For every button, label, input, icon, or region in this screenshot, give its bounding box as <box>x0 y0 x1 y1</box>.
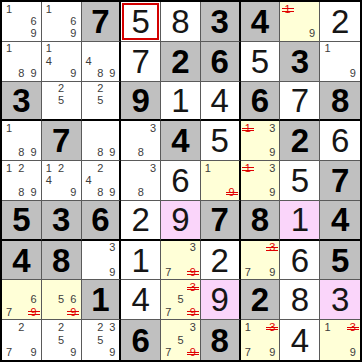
pencil-marks: 379 <box>161 241 200 280</box>
cell-r4c3[interactable]: 89 <box>82 121 122 161</box>
pencil-mark: 9 <box>67 346 79 359</box>
pencil-slot-empty <box>135 135 147 147</box>
pencil-mark-eliminated: 9 <box>187 346 199 359</box>
pencil-mark: 9 <box>28 346 40 359</box>
pencil-mark: 8 <box>94 147 106 159</box>
pencil-slot-empty <box>83 162 95 174</box>
pencil-slot-empty <box>135 174 147 186</box>
pencil-marks: 39 <box>82 241 120 280</box>
pencil-mark: 2 <box>15 321 27 334</box>
given-digit: 2 <box>171 45 189 78</box>
pencil-slot-empty <box>28 162 40 174</box>
pencil-mark: 3 <box>187 321 199 334</box>
solved-digit: 6 <box>291 244 309 277</box>
pencil-slot-empty <box>266 174 278 186</box>
cell-r2c2[interactable]: 149 <box>42 42 82 82</box>
pencil-slot-empty <box>67 106 79 118</box>
pencil-mark: 9 <box>28 28 40 40</box>
given-digit: 3 <box>211 5 229 38</box>
pencil-marks: 89 <box>82 121 120 160</box>
cell-r2c3[interactable]: 489 <box>82 42 122 82</box>
given-digit: 4 <box>12 244 30 277</box>
cell-r8c4[interactable]: 4 <box>121 280 161 320</box>
pencil-slot-empty <box>55 55 67 67</box>
cell-r6c7[interactable]: 8 <box>241 201 281 241</box>
solved-digit: 8 <box>171 5 189 38</box>
cell-r6c5[interactable]: 9 <box>161 201 201 241</box>
pencil-marks: 149 <box>42 42 81 81</box>
pencil-slot-empty <box>106 55 118 67</box>
given-digit: 6 <box>251 84 269 117</box>
cell-r1c9[interactable]: 2 <box>320 2 360 42</box>
given-digit: 8 <box>211 324 229 357</box>
pencil-slot-empty <box>334 346 347 359</box>
pencil-mark: 5 <box>94 94 106 106</box>
cell-r5c2[interactable]: 1249 <box>42 161 82 201</box>
pencil-mark-eliminated: 9 <box>67 306 79 318</box>
cell-r9c7[interactable]: 1379 <box>241 320 281 360</box>
cell-r6c8[interactable]: 1 <box>280 201 320 241</box>
cell-r3c4[interactable]: 9 <box>121 82 161 122</box>
pencil-slot-empty <box>242 147 254 159</box>
pencil-slot-empty <box>15 3 27 15</box>
pencil-mark: 6 <box>28 294 40 306</box>
pencil-mark: 8 <box>135 147 147 159</box>
pencil-slot-empty <box>162 242 174 254</box>
cell-r7c5[interactable]: 379 <box>161 241 201 281</box>
pencil-mark: 1 <box>3 122 15 134</box>
pencil-marks: 569 <box>42 280 81 319</box>
cell-r8c9[interactable]: 3 <box>320 280 360 320</box>
pencil-marks: 1379 <box>241 320 280 360</box>
cell-r4c4[interactable]: 38 <box>121 121 161 161</box>
pencil-mark-eliminated: 3 <box>187 281 199 293</box>
cell-r1c6[interactable]: 3 <box>201 2 241 42</box>
cell-r9c2[interactable]: 259 <box>42 320 82 360</box>
given-digit: 3 <box>12 84 30 117</box>
pencil-slot-empty <box>83 135 95 147</box>
cell-r8c6[interactable]: 9 <box>201 280 241 320</box>
pencil-slot-empty <box>242 174 254 186</box>
cell-r6c4[interactable]: 2 <box>121 201 161 241</box>
pencil-slot-empty <box>55 67 67 79</box>
pencil-marks: 1289 <box>2 161 41 200</box>
pencil-slot-empty <box>3 334 15 347</box>
cell-r4c9[interactable]: 6 <box>320 121 360 161</box>
solved-digit: 2 <box>132 203 150 236</box>
pencil-mark: 9 <box>106 67 118 79</box>
cell-r8c3[interactable]: 1 <box>82 280 122 320</box>
cell-r2c4[interactable]: 7 <box>121 42 161 82</box>
pencil-slot-empty <box>106 162 118 174</box>
pencil-mark: 9 <box>346 346 359 359</box>
pencil-slot-empty <box>242 254 254 266</box>
cell-r4c7[interactable]: 139 <box>241 121 281 161</box>
pencil-mark: 9 <box>67 28 79 40</box>
pencil-slot-empty <box>242 334 254 347</box>
pencil-mark: 1 <box>3 43 15 55</box>
pencil-slot-empty <box>28 174 40 186</box>
pencil-mark-eliminated: 9 <box>187 266 199 278</box>
cell-r7c2[interactable]: 8 <box>42 241 82 281</box>
cell-r9c3[interactable]: 2359 <box>82 320 122 360</box>
cell-r1c4[interactable]: 5 <box>121 2 161 42</box>
pencil-slot-empty <box>94 55 106 67</box>
pencil-mark: 6 <box>28 15 40 27</box>
pencil-slot-empty <box>135 162 147 174</box>
pencil-mark: 8 <box>15 147 27 159</box>
pencil-mark: 3 <box>187 242 199 254</box>
pencil-slot-empty <box>43 346 55 359</box>
pencil-marks: 25 <box>42 82 81 120</box>
pencil-slot-empty <box>162 254 174 266</box>
cell-r8c8[interactable]: 8 <box>280 280 320 320</box>
cell-r1c1[interactable]: 169 <box>2 2 42 42</box>
pencil-slot-empty <box>3 28 15 40</box>
pencil-slot-empty <box>55 28 67 40</box>
pencil-mark: 5 <box>55 334 67 347</box>
cell-r5c8[interactable]: 5 <box>280 161 320 201</box>
solved-digit: 2 <box>211 244 229 277</box>
pencil-mark: 3 <box>106 242 118 254</box>
pencil-slot-empty <box>346 334 359 347</box>
pencil-mark: 7 <box>162 266 174 278</box>
pencil-slot-empty <box>334 321 347 334</box>
pencil-mark-eliminated: 1 <box>242 162 254 174</box>
pencil-marks: 25 <box>82 82 120 120</box>
cell-r9c8[interactable]: 4 <box>280 320 320 360</box>
cell-r3c7[interactable]: 6 <box>241 82 281 122</box>
pencil-slot-empty <box>15 43 27 55</box>
pencil-slot-empty <box>334 67 347 79</box>
given-digit: 7 <box>211 203 229 236</box>
cell-r3c3[interactable]: 25 <box>82 82 122 122</box>
pencil-slot-empty <box>94 346 106 359</box>
cell-r8c2[interactable]: 569 <box>42 280 82 320</box>
cell-r4c6[interactable]: 5 <box>201 121 241 161</box>
pencil-slot-empty <box>94 242 106 254</box>
pencil-slot-empty <box>3 15 15 27</box>
pencil-slot-empty <box>83 187 95 199</box>
pencil-slot-empty <box>122 122 134 134</box>
cell-r6c1[interactable]: 5 <box>2 201 42 241</box>
pencil-slot-empty <box>162 281 174 293</box>
cell-r1c5[interactable]: 8 <box>161 2 201 42</box>
given-digit: 8 <box>251 203 269 236</box>
pencil-slot-empty <box>83 334 95 347</box>
given-digit: 4 <box>331 203 349 236</box>
pencil-mark: 2 <box>55 162 67 174</box>
cell-r1c2[interactable]: 169 <box>42 2 82 42</box>
given-digit: 4 <box>251 5 269 38</box>
pencil-slot-empty <box>254 254 266 266</box>
pencil-marks: 38 <box>121 161 160 200</box>
pencil-slot-empty <box>55 106 67 118</box>
pencil-slot-empty <box>147 135 159 147</box>
cell-r5c1[interactable]: 1289 <box>2 161 42 201</box>
pencil-mark: 9 <box>306 28 318 40</box>
solved-digit: 6 <box>171 164 189 197</box>
cell-r3c1[interactable]: 3 <box>2 82 42 122</box>
pencil-slot-empty <box>254 135 266 147</box>
pencil-slot-empty <box>3 55 15 67</box>
cell-r6c6[interactable]: 7 <box>201 201 241 241</box>
pencil-mark: 8 <box>15 187 27 199</box>
pencil-mark: 3 <box>266 162 278 174</box>
pencil-marks: 3579 <box>161 320 200 360</box>
pencil-mark: 6 <box>67 294 79 306</box>
pencil-slot-empty <box>106 83 118 95</box>
pencil-marks: 19 <box>280 2 319 41</box>
cell-r4c5[interactable]: 4 <box>161 121 201 161</box>
pencil-slot-empty <box>162 334 174 347</box>
pencil-slot-empty <box>266 334 278 347</box>
pencil-slot-empty <box>106 43 118 55</box>
pencil-slot-empty <box>28 281 40 293</box>
pencil-slot-empty <box>83 321 95 334</box>
pencil-slot-empty <box>15 281 27 293</box>
cell-r1c7[interactable]: 4 <box>241 2 281 42</box>
pencil-mark: 3 <box>147 122 159 134</box>
pencil-slot-empty <box>55 306 67 318</box>
pencil-mark: 9 <box>266 266 278 278</box>
solved-digit: 8 <box>291 283 309 316</box>
pencil-slot-empty <box>3 321 15 334</box>
pencil-marks: 1249 <box>42 161 81 200</box>
pencil-slot-empty <box>15 28 27 40</box>
cell-r7c4[interactable]: 1 <box>121 241 161 281</box>
cell-r3c8[interactable]: 7 <box>280 82 320 122</box>
solved-digit: 7 <box>291 84 309 117</box>
pencil-slot-empty <box>334 43 347 55</box>
cell-r8c7[interactable]: 2 <box>241 280 281 320</box>
pencil-slot-empty <box>67 55 79 67</box>
pencil-mark: 9 <box>266 187 278 199</box>
pencil-slot-empty <box>15 334 27 347</box>
pencil-marks: 19 <box>320 42 360 81</box>
pencil-slot-empty <box>55 43 67 55</box>
pencil-slot-empty <box>83 254 95 266</box>
cell-r6c9[interactable]: 4 <box>320 201 360 241</box>
pencil-mark: 2 <box>94 321 106 334</box>
pencil-slot-empty <box>187 254 199 266</box>
pencil-slot-empty <box>43 187 55 199</box>
cell-r9c6[interactable]: 8 <box>201 320 241 360</box>
pencil-slot-empty <box>83 122 95 134</box>
pencil-slot-empty <box>94 135 106 147</box>
solved-digit: 1 <box>291 203 309 236</box>
cell-r9c5[interactable]: 3579 <box>161 320 201 360</box>
pencil-mark: 4 <box>83 55 95 67</box>
pencil-slot-empty <box>15 15 27 27</box>
pencil-slot-empty <box>254 321 266 334</box>
pencil-slot-empty <box>135 122 147 134</box>
pencil-slot-empty <box>122 135 134 147</box>
cell-r6c3[interactable]: 6 <box>82 201 122 241</box>
pencil-mark: 2 <box>55 321 67 334</box>
cell-r5c9[interactable]: 7 <box>320 161 360 201</box>
cell-r9c1[interactable]: 279 <box>2 320 42 360</box>
given-digit: 7 <box>91 5 109 38</box>
pencil-marks: 169 <box>42 2 81 41</box>
pencil-slot-empty <box>334 55 347 67</box>
pencil-slot-empty <box>94 43 106 55</box>
solved-digit: 5 <box>291 164 309 197</box>
pencil-slot-empty <box>83 94 95 106</box>
cell-r5c5[interactable]: 6 <box>161 161 201 201</box>
sudoku-board: 1691697583419218914948972653193252591467… <box>0 0 362 362</box>
pencil-slot-empty <box>174 321 186 334</box>
cell-r2c6[interactable]: 6 <box>201 42 241 82</box>
cell-r3c9[interactable]: 8 <box>320 82 360 122</box>
cell-r4c8[interactable]: 2 <box>280 121 320 161</box>
pencil-marks: 489 <box>82 42 120 81</box>
pencil-slot-empty <box>3 294 15 306</box>
cell-r9c9[interactable]: 139 <box>320 320 360 360</box>
pencil-mark: 5 <box>174 334 186 347</box>
pencil-mark: 5 <box>55 294 67 306</box>
given-digit: 5 <box>12 203 30 236</box>
pencil-mark: 9 <box>106 187 118 199</box>
pencil-slot-empty <box>15 55 27 67</box>
pencil-marks: 139 <box>320 320 360 360</box>
pencil-mark: 9 <box>67 67 79 79</box>
cell-r5c3[interactable]: 2489 <box>82 161 122 201</box>
pencil-slot-empty <box>43 334 55 347</box>
pencil-slot-empty <box>174 281 186 293</box>
pencil-slot-empty <box>67 334 79 347</box>
cell-r2c1[interactable]: 189 <box>2 42 42 82</box>
pencil-mark: 4 <box>83 174 95 186</box>
pencil-mark: 2 <box>94 162 106 174</box>
cell-r2c7[interactable]: 5 <box>241 42 281 82</box>
given-digit: 3 <box>52 203 70 236</box>
pencil-slot-empty <box>3 147 15 159</box>
cell-r8c5[interactable]: 3579 <box>161 280 201 320</box>
pencil-slot-empty <box>254 174 266 186</box>
cell-r1c8[interactable]: 19 <box>280 2 320 42</box>
pencil-slot-empty <box>15 135 27 147</box>
cell-r3c5[interactable]: 1 <box>161 82 201 122</box>
pencil-mark-eliminated: 9 <box>187 306 199 318</box>
solved-digit: 2 <box>331 5 349 38</box>
given-digit: 7 <box>52 124 70 157</box>
pencil-slot-empty <box>67 3 79 15</box>
pencil-mark: 1 <box>3 3 15 15</box>
pencil-mark: 1 <box>43 43 55 55</box>
pencil-slot-empty <box>226 162 238 174</box>
pencil-slot-empty <box>3 281 15 293</box>
pencil-slot-empty <box>242 242 254 254</box>
given-digit: 9 <box>132 84 150 117</box>
given-digit: 2 <box>291 124 309 157</box>
pencil-slot-empty <box>55 187 67 199</box>
pencil-slot-empty <box>94 174 106 186</box>
pencil-mark: 9 <box>28 67 40 79</box>
cell-r9c4[interactable]: 6 <box>121 320 161 360</box>
pencil-slot-empty <box>67 321 79 334</box>
cell-r4c1[interactable]: 189 <box>2 121 42 161</box>
pencil-mark: 1 <box>242 321 254 334</box>
cell-r7c9[interactable]: 5 <box>320 241 360 281</box>
cell-r2c9[interactable]: 19 <box>320 42 360 82</box>
cell-r5c4[interactable]: 38 <box>121 161 161 201</box>
pencil-marks: 189 <box>2 42 41 81</box>
pencil-slot-empty <box>67 281 79 293</box>
pencil-mark: 1 <box>202 162 214 174</box>
cell-r7c6[interactable]: 2 <box>201 241 241 281</box>
pencil-slot-empty <box>3 67 15 79</box>
solved-digit: 9 <box>211 283 229 316</box>
pencil-slot-empty <box>67 43 79 55</box>
pencil-slot-empty <box>147 174 159 186</box>
pencil-slot-empty <box>83 147 95 159</box>
pencil-mark: 4 <box>43 55 55 67</box>
pencil-mark: 2 <box>55 83 67 95</box>
cell-r5c6[interactable]: 19 <box>201 161 241 201</box>
pencil-slot-empty <box>28 321 40 334</box>
pencil-mark: 2 <box>94 83 106 95</box>
pencil-mark: 9 <box>266 147 278 159</box>
cell-r7c3[interactable]: 39 <box>82 241 122 281</box>
pencil-slot-empty <box>43 94 55 106</box>
pencil-mark: 7 <box>162 346 174 359</box>
pencil-slot-empty <box>202 187 214 199</box>
cell-r5c7[interactable]: 139 <box>241 161 281 201</box>
pencil-mark: 7 <box>162 306 174 318</box>
pencil-slot-empty <box>321 334 334 347</box>
pencil-slot-empty <box>174 346 186 359</box>
pencil-slot-empty <box>67 83 79 95</box>
pencil-slot-empty <box>106 106 118 118</box>
cell-r7c1[interactable]: 4 <box>2 241 42 281</box>
pencil-mark: 9 <box>67 187 79 199</box>
cell-r8c1[interactable]: 679 <box>2 280 42 320</box>
pencil-slot-empty <box>15 346 27 359</box>
pencil-slot-empty <box>28 55 40 67</box>
pencil-marks: 139 <box>241 161 280 200</box>
pencil-slot-empty <box>122 162 134 174</box>
pencil-slot-empty <box>254 334 266 347</box>
pencil-slot-empty <box>15 122 27 134</box>
cell-r2c5[interactable]: 2 <box>161 42 201 82</box>
cell-r3c2[interactable]: 25 <box>42 82 82 122</box>
cell-r2c8[interactable]: 3 <box>280 42 320 82</box>
pencil-slot-empty <box>106 174 118 186</box>
pencil-slot-empty <box>83 83 95 95</box>
cell-r7c7[interactable]: 379 <box>241 241 281 281</box>
pencil-slot-empty <box>254 122 266 134</box>
pencil-slot-empty <box>214 174 226 186</box>
pencil-slot-empty <box>43 281 55 293</box>
pencil-slot-empty <box>187 294 199 306</box>
pencil-slot-empty <box>55 281 67 293</box>
cell-r1c3[interactable]: 7 <box>82 2 122 42</box>
given-digit: 4 <box>171 124 189 157</box>
pencil-slot-empty <box>266 135 278 147</box>
pencil-marks: 3579 <box>161 280 200 319</box>
cell-r7c8[interactable]: 6 <box>280 241 320 281</box>
cell-r6c2[interactable]: 3 <box>42 201 82 241</box>
pencil-slot-empty <box>202 174 214 186</box>
pencil-slot-empty <box>346 43 359 55</box>
pencil-slot-empty <box>43 28 55 40</box>
cell-r4c2[interactable]: 7 <box>42 121 82 161</box>
pencil-slot-empty <box>43 321 55 334</box>
cell-r3c6[interactable]: 4 <box>201 82 241 122</box>
pencil-slot-empty <box>281 15 293 27</box>
pencil-slot-empty <box>294 3 306 15</box>
